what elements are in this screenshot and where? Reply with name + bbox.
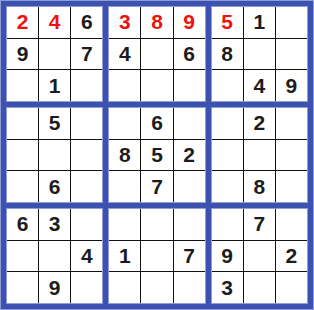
sudoku-cell-r8c4[interactable]: 1: [109, 241, 140, 272]
sudoku-cell-r7c9[interactable]: [276, 209, 307, 240]
sudoku-cell-r3c8[interactable]: 4: [244, 70, 275, 101]
sudoku-cell-r7c2[interactable]: 3: [39, 209, 70, 240]
sudoku-cell-r9c6[interactable]: [174, 272, 205, 303]
sudoku-cell-r1c9[interactable]: [276, 7, 307, 38]
sudoku-cell-r3c7[interactable]: [212, 70, 243, 101]
sudoku-cell-r2c3[interactable]: 7: [71, 39, 102, 70]
sudoku-cell-r9c8[interactable]: [244, 272, 275, 303]
sudoku-cell-r9c3[interactable]: [71, 272, 102, 303]
sudoku-cell-r2c2[interactable]: [39, 39, 70, 70]
sudoku-cell-r1c6[interactable]: 9: [174, 7, 205, 38]
sudoku-cell-r9c7[interactable]: 3: [212, 272, 243, 303]
sudoku-box-4: 68527: [109, 108, 204, 202]
sudoku-box-6: 6349: [7, 209, 102, 303]
sudoku-cell-r3c3[interactable]: [71, 70, 102, 101]
sudoku-cell-r5c5[interactable]: 5: [141, 140, 172, 171]
sudoku-cell-r1c2[interactable]: 4: [39, 7, 70, 38]
sudoku-cell-r3c6[interactable]: [174, 70, 205, 101]
sudoku-cell-r2c7[interactable]: 8: [212, 39, 243, 70]
sudoku-cell-r9c9[interactable]: [276, 272, 307, 303]
sudoku-cell-r6c8[interactable]: 8: [244, 171, 275, 202]
sudoku-cell-r6c6[interactable]: [174, 171, 205, 202]
sudoku-cell-r1c7[interactable]: 5: [212, 7, 243, 38]
sudoku-cell-r8c3[interactable]: 4: [71, 241, 102, 272]
sudoku-cell-r3c5[interactable]: [141, 70, 172, 101]
sudoku-cell-r7c4[interactable]: [109, 209, 140, 240]
sudoku-cell-r3c1[interactable]: [7, 70, 38, 101]
sudoku-cell-r8c7[interactable]: 9: [212, 241, 243, 272]
sudoku-cell-r4c4[interactable]: [109, 108, 140, 139]
sudoku-cell-r4c9[interactable]: [276, 108, 307, 139]
sudoku-box-7: 17: [109, 209, 204, 303]
sudoku-board: 24697138946518495668527286349177923: [0, 0, 314, 310]
sudoku-cell-r6c5[interactable]: 7: [141, 171, 172, 202]
sudoku-cell-r4c8[interactable]: 2: [244, 108, 275, 139]
sudoku-cell-r5c1[interactable]: [7, 140, 38, 171]
sudoku-cell-r8c8[interactable]: [244, 241, 275, 272]
sudoku-cell-r4c2[interactable]: 5: [39, 108, 70, 139]
sudoku-cell-r7c8[interactable]: 7: [244, 209, 275, 240]
sudoku-cell-r7c7[interactable]: [212, 209, 243, 240]
sudoku-cell-r2c5[interactable]: [141, 39, 172, 70]
sudoku-cell-r4c1[interactable]: [7, 108, 38, 139]
sudoku-cell-r9c4[interactable]: [109, 272, 140, 303]
sudoku-cell-r6c3[interactable]: [71, 171, 102, 202]
sudoku-cell-r3c9[interactable]: 9: [276, 70, 307, 101]
sudoku-box-3: 56: [7, 108, 102, 202]
sudoku-box-1: 38946: [109, 7, 204, 101]
sudoku-cell-r2c9[interactable]: [276, 39, 307, 70]
sudoku-cell-r4c3[interactable]: [71, 108, 102, 139]
sudoku-cell-r5c9[interactable]: [276, 140, 307, 171]
sudoku-cell-r1c5[interactable]: 8: [141, 7, 172, 38]
sudoku-cell-r7c5[interactable]: [141, 209, 172, 240]
sudoku-cell-r7c6[interactable]: [174, 209, 205, 240]
sudoku-cell-r2c6[interactable]: 6: [174, 39, 205, 70]
sudoku-cell-r6c7[interactable]: [212, 171, 243, 202]
sudoku-box-0: 246971: [7, 7, 102, 101]
sudoku-cell-r7c3[interactable]: [71, 209, 102, 240]
sudoku-cell-r2c4[interactable]: 4: [109, 39, 140, 70]
sudoku-cell-r5c3[interactable]: [71, 140, 102, 171]
sudoku-box-2: 51849: [212, 7, 307, 101]
sudoku-cell-r6c1[interactable]: [7, 171, 38, 202]
sudoku-cell-r1c1[interactable]: 2: [7, 7, 38, 38]
sudoku-cell-r1c3[interactable]: 6: [71, 7, 102, 38]
sudoku-cell-r5c6[interactable]: 2: [174, 140, 205, 171]
sudoku-cell-r5c7[interactable]: [212, 140, 243, 171]
sudoku-cell-r6c9[interactable]: [276, 171, 307, 202]
sudoku-cell-r4c7[interactable]: [212, 108, 243, 139]
sudoku-cell-r9c1[interactable]: [7, 272, 38, 303]
sudoku-cell-r9c5[interactable]: [141, 272, 172, 303]
sudoku-cell-r5c2[interactable]: [39, 140, 70, 171]
sudoku-cell-r8c6[interactable]: 7: [174, 241, 205, 272]
sudoku-cell-r4c5[interactable]: 6: [141, 108, 172, 139]
sudoku-cell-r1c4[interactable]: 3: [109, 7, 140, 38]
sudoku-cell-r6c4[interactable]: [109, 171, 140, 202]
sudoku-cell-r8c1[interactable]: [7, 241, 38, 272]
sudoku-cell-r5c8[interactable]: [244, 140, 275, 171]
sudoku-cell-r3c2[interactable]: 1: [39, 70, 70, 101]
sudoku-cell-r7c1[interactable]: 6: [7, 209, 38, 240]
sudoku-cell-r2c8[interactable]: [244, 39, 275, 70]
sudoku-cell-r1c8[interactable]: 1: [244, 7, 275, 38]
sudoku-cell-r9c2[interactable]: 9: [39, 272, 70, 303]
sudoku-cell-r4c6[interactable]: [174, 108, 205, 139]
sudoku-cell-r5c4[interactable]: 8: [109, 140, 140, 171]
sudoku-box-8: 7923: [212, 209, 307, 303]
sudoku-cell-r3c4[interactable]: [109, 70, 140, 101]
sudoku-cell-r8c5[interactable]: [141, 241, 172, 272]
sudoku-cell-r8c2[interactable]: [39, 241, 70, 272]
sudoku-box-5: 28: [212, 108, 307, 202]
sudoku-cell-r6c2[interactable]: 6: [39, 171, 70, 202]
sudoku-cell-r8c9[interactable]: 2: [276, 241, 307, 272]
sudoku-cell-r2c1[interactable]: 9: [7, 39, 38, 70]
